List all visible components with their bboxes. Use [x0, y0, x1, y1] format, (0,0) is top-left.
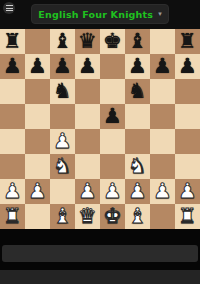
- square-f7[interactable]: ♟: [125, 54, 150, 79]
- square-h8[interactable]: ♜: [175, 29, 200, 54]
- square-b2[interactable]: ♟: [25, 179, 50, 204]
- opening-select-label: English Four Knights: [38, 9, 153, 20]
- piece-black-rook: ♜: [178, 29, 197, 54]
- square-h3[interactable]: [175, 154, 200, 179]
- menu-button[interactable]: [3, 2, 15, 14]
- square-g8[interactable]: [150, 29, 175, 54]
- hamburger-icon: [6, 5, 13, 11]
- square-g1[interactable]: [150, 204, 175, 229]
- piece-black-king: ♚: [103, 29, 122, 54]
- square-c6[interactable]: ♞: [50, 79, 75, 104]
- square-f3[interactable]: ♞: [125, 154, 150, 179]
- square-d5[interactable]: [75, 104, 100, 129]
- piece-white-pawn: ♟: [28, 179, 47, 204]
- piece-black-bishop: ♝: [53, 29, 72, 54]
- square-d6[interactable]: [75, 79, 100, 104]
- square-a4[interactable]: [0, 129, 25, 154]
- piece-black-queen: ♛: [78, 29, 97, 54]
- square-a2[interactable]: ♟: [0, 179, 25, 204]
- piece-white-rook: ♜: [3, 204, 22, 229]
- square-a7[interactable]: ♟: [0, 54, 25, 79]
- square-a1[interactable]: ♜: [0, 204, 25, 229]
- square-f5[interactable]: [125, 104, 150, 129]
- opening-select[interactable]: English Four Knights ▾: [31, 4, 168, 24]
- square-g5[interactable]: [150, 104, 175, 129]
- square-b4[interactable]: [25, 129, 50, 154]
- square-d3[interactable]: [75, 154, 100, 179]
- square-g6[interactable]: [150, 79, 175, 104]
- square-e7[interactable]: [100, 54, 125, 79]
- square-h1[interactable]: ♜: [175, 204, 200, 229]
- square-f1[interactable]: ♝: [125, 204, 150, 229]
- square-h5[interactable]: [175, 104, 200, 129]
- square-c7[interactable]: ♟: [50, 54, 75, 79]
- piece-black-pawn: ♟: [28, 54, 47, 79]
- piece-white-pawn: ♟: [178, 179, 197, 204]
- square-d4[interactable]: [75, 129, 100, 154]
- square-c4[interactable]: ♟: [50, 129, 75, 154]
- piece-black-pawn: ♟: [78, 54, 97, 79]
- square-g4[interactable]: [150, 129, 175, 154]
- piece-black-pawn: ♟: [53, 54, 72, 79]
- square-a5[interactable]: [0, 104, 25, 129]
- square-g3[interactable]: [150, 154, 175, 179]
- square-h6[interactable]: [175, 79, 200, 104]
- square-g7[interactable]: ♟: [150, 54, 175, 79]
- piece-black-pawn: ♟: [178, 54, 197, 79]
- piece-white-knight: ♞: [128, 154, 147, 179]
- piece-white-pawn: ♟: [153, 179, 172, 204]
- piece-white-knight: ♞: [53, 154, 72, 179]
- piece-white-bishop: ♝: [128, 204, 147, 229]
- square-e2[interactable]: ♟: [100, 179, 125, 204]
- piece-white-pawn: ♟: [78, 179, 97, 204]
- square-d1[interactable]: ♛: [75, 204, 100, 229]
- ad-banner: [2, 245, 198, 262]
- square-c8[interactable]: ♝: [50, 29, 75, 54]
- piece-white-pawn: ♟: [3, 179, 22, 204]
- square-a3[interactable]: [0, 154, 25, 179]
- square-f6[interactable]: ♞: [125, 79, 150, 104]
- piece-white-rook: ♜: [178, 204, 197, 229]
- piece-black-pawn: ♟: [153, 54, 172, 79]
- square-a6[interactable]: [0, 79, 25, 104]
- bottom-bar: [0, 270, 200, 284]
- square-b3[interactable]: [25, 154, 50, 179]
- square-e4[interactable]: [100, 129, 125, 154]
- square-e8[interactable]: ♚: [100, 29, 125, 54]
- piece-white-bishop: ♝: [53, 204, 72, 229]
- piece-white-pawn: ♟: [53, 129, 72, 154]
- square-c1[interactable]: ♝: [50, 204, 75, 229]
- square-c5[interactable]: [50, 104, 75, 129]
- square-h2[interactable]: ♟: [175, 179, 200, 204]
- square-e1[interactable]: ♚: [100, 204, 125, 229]
- piece-white-king: ♚: [103, 204, 122, 229]
- square-b7[interactable]: ♟: [25, 54, 50, 79]
- piece-black-pawn: ♟: [128, 54, 147, 79]
- square-h7[interactable]: ♟: [175, 54, 200, 79]
- square-e5[interactable]: ♟: [100, 104, 125, 129]
- square-d7[interactable]: ♟: [75, 54, 100, 79]
- piece-black-pawn: ♟: [103, 104, 122, 129]
- square-g2[interactable]: ♟: [150, 179, 175, 204]
- piece-white-queen: ♛: [78, 204, 97, 229]
- piece-black-pawn: ♟: [3, 54, 22, 79]
- square-c3[interactable]: ♞: [50, 154, 75, 179]
- square-f4[interactable]: [125, 129, 150, 154]
- square-c2[interactable]: [50, 179, 75, 204]
- square-f2[interactable]: ♟: [125, 179, 150, 204]
- square-a8[interactable]: ♜: [0, 29, 25, 54]
- chevron-down-icon: ▾: [158, 11, 162, 18]
- piece-white-pawn: ♟: [128, 179, 147, 204]
- square-b5[interactable]: [25, 104, 50, 129]
- piece-black-rook: ♜: [3, 29, 22, 54]
- piece-black-bishop: ♝: [128, 29, 147, 54]
- square-b1[interactable]: [25, 204, 50, 229]
- square-f8[interactable]: ♝: [125, 29, 150, 54]
- square-e6[interactable]: [100, 79, 125, 104]
- piece-white-pawn: ♟: [103, 179, 122, 204]
- square-b8[interactable]: [25, 29, 50, 54]
- app-header: English Four Knights ▾: [0, 0, 200, 29]
- chess-board: ♜♝♛♚♝♜♟♟♟♟♟♟♟♞♞♟♟♞♞♟♟♟♟♟♟♟♜♝♛♚♝♜: [0, 29, 200, 229]
- square-h4[interactable]: [175, 129, 200, 154]
- square-d8[interactable]: ♛: [75, 29, 100, 54]
- piece-black-knight: ♞: [53, 79, 72, 104]
- square-d2[interactable]: ♟: [75, 179, 100, 204]
- square-b6[interactable]: [25, 79, 50, 104]
- piece-black-knight: ♞: [128, 79, 147, 104]
- square-e3[interactable]: [100, 154, 125, 179]
